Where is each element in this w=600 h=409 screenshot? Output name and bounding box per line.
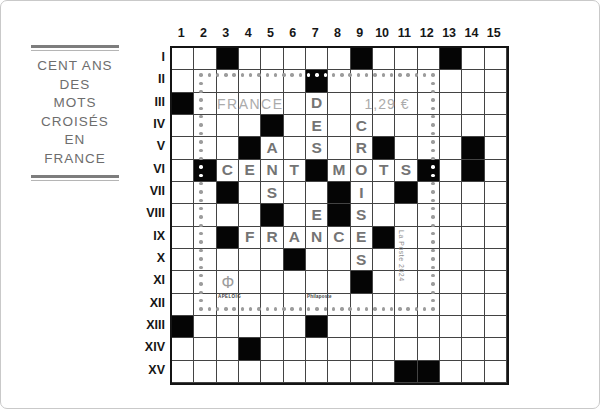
grid-cell[interactable] — [485, 294, 507, 316]
column-label: 10 — [371, 25, 393, 41]
grid-cell[interactable] — [284, 204, 306, 226]
block-cell — [217, 227, 239, 249]
column-label: 2 — [192, 25, 214, 41]
grid-cell[interactable] — [217, 271, 239, 293]
grid-cell[interactable] — [261, 93, 283, 115]
grid-cell[interactable] — [239, 361, 261, 383]
grid-cell[interactable] — [485, 338, 507, 360]
block-cell — [351, 271, 373, 293]
block-cell — [328, 182, 350, 204]
grid-cell[interactable]: E — [306, 204, 328, 226]
grid-cell[interactable] — [373, 70, 395, 92]
grid-cell[interactable]: A — [261, 137, 283, 159]
row-label: XV — [109, 359, 165, 381]
grid-cell[interactable] — [328, 249, 350, 271]
grid-cell[interactable] — [261, 338, 283, 360]
grid-cell[interactable] — [172, 115, 194, 137]
row-labels: IIIIIIIVVVIVIIVIIIIXXXIXIIXIIIXIVXV — [109, 46, 165, 381]
grid-cell[interactable] — [395, 204, 417, 226]
grid-cell[interactable] — [194, 70, 216, 92]
grid-cell[interactable] — [395, 294, 417, 316]
grid-cell[interactable] — [194, 115, 216, 137]
title-line: EN — [31, 131, 119, 150]
grid-cell[interactable] — [462, 204, 484, 226]
grid-cell[interactable] — [172, 204, 194, 226]
column-label: 4 — [237, 25, 259, 41]
grid-cell[interactable] — [351, 93, 373, 115]
grid-cell[interactable] — [194, 271, 216, 293]
grid-cell[interactable] — [418, 93, 440, 115]
grid-cell[interactable] — [194, 316, 216, 338]
grid-cell[interactable] — [485, 227, 507, 249]
grid-cell[interactable] — [284, 294, 306, 316]
grid-cell[interactable] — [261, 361, 283, 383]
grid-cell[interactable] — [351, 294, 373, 316]
sheet-title-panel: CENT ANS DES MOTS CROISÉS EN FRANCE — [31, 45, 119, 181]
grid-cell[interactable]: S — [395, 160, 417, 182]
grid-cell[interactable] — [284, 316, 306, 338]
grid-cell[interactable]: T — [284, 160, 306, 182]
row-label: IV — [109, 113, 165, 135]
grid-cell[interactable]: F — [239, 227, 261, 249]
block-cell — [261, 115, 283, 137]
grid-cell[interactable]: E — [239, 160, 261, 182]
grid-cell[interactable] — [373, 204, 395, 226]
grid-cell[interactable] — [395, 271, 417, 293]
title-line: DES — [31, 76, 119, 95]
grid-cell[interactable] — [462, 48, 484, 70]
grid-cell[interactable] — [261, 271, 283, 293]
grid-cell[interactable] — [395, 93, 417, 115]
grid-cell[interactable] — [373, 294, 395, 316]
grid-cell[interactable]: D — [306, 93, 328, 115]
grid-cell[interactable] — [485, 70, 507, 92]
grid-cell[interactable] — [485, 271, 507, 293]
row-label: V — [109, 135, 165, 157]
grid-cell[interactable] — [284, 271, 306, 293]
row-label: XIV — [109, 336, 165, 358]
grid-cell[interactable]: R — [261, 227, 283, 249]
column-label: 13 — [438, 25, 460, 41]
grid-cell[interactable] — [485, 115, 507, 137]
grid-cell[interactable] — [485, 316, 507, 338]
grid-cell[interactable] — [284, 182, 306, 204]
row-label: II — [109, 68, 165, 90]
grid-cell[interactable] — [172, 160, 194, 182]
column-label: 5 — [259, 25, 281, 41]
grid-cell[interactable] — [328, 115, 350, 137]
grid-cell[interactable] — [217, 115, 239, 137]
grid-cell[interactable] — [440, 338, 462, 360]
grid-cell[interactable] — [485, 182, 507, 204]
grid-cell[interactable] — [395, 227, 417, 249]
grid-cell[interactable] — [239, 93, 261, 115]
row-label: III — [109, 91, 165, 113]
grid-cell[interactable] — [194, 182, 216, 204]
sheet-title: CENT ANS DES MOTS CROISÉS EN FRANCE — [31, 57, 119, 168]
grid-cell[interactable] — [194, 93, 216, 115]
grid-cell[interactable] — [462, 70, 484, 92]
grid-cell[interactable]: A — [284, 227, 306, 249]
grid-cell[interactable] — [328, 70, 350, 92]
grid-cell[interactable] — [239, 182, 261, 204]
grid-cell[interactable] — [373, 115, 395, 137]
grid-cell[interactable]: S — [351, 204, 373, 226]
grid-cell[interactable] — [217, 93, 239, 115]
grid-cell[interactable] — [373, 182, 395, 204]
grid-cell[interactable] — [194, 137, 216, 159]
title-line: CENT ANS — [31, 57, 119, 76]
grid-cell[interactable]: S — [306, 137, 328, 159]
grid-cell[interactable]: E — [306, 115, 328, 137]
grid-cell[interactable] — [172, 249, 194, 271]
block-cell — [395, 361, 417, 383]
grid-cell[interactable]: C — [217, 160, 239, 182]
grid-cell[interactable] — [172, 294, 194, 316]
grid-cell[interactable] — [306, 271, 328, 293]
column-label: 1 — [170, 25, 192, 41]
grid-cell[interactable] — [440, 70, 462, 92]
block-cell — [440, 48, 462, 70]
title-line: FRANCE — [31, 150, 119, 169]
grid-cell[interactable] — [328, 361, 350, 383]
grid-cell[interactable] — [261, 249, 283, 271]
grid-cell[interactable] — [284, 93, 306, 115]
row-label: I — [109, 46, 165, 68]
grid-cell[interactable] — [418, 227, 440, 249]
grid-cell[interactable] — [217, 70, 239, 92]
block-cell — [418, 361, 440, 383]
grid-cell[interactable] — [217, 294, 239, 316]
grid-cell[interactable] — [328, 316, 350, 338]
grid-cell[interactable] — [485, 93, 507, 115]
grid-cell[interactable] — [462, 361, 484, 383]
grid-cell[interactable] — [217, 137, 239, 159]
grid-cell[interactable] — [194, 48, 216, 70]
grid-cell[interactable] — [373, 361, 395, 383]
grid-cell[interactable] — [239, 316, 261, 338]
grid-cell[interactable] — [328, 137, 350, 159]
grid-cell[interactable] — [239, 204, 261, 226]
grid-cell[interactable] — [217, 249, 239, 271]
block-cell — [418, 160, 440, 182]
grid-cell[interactable] — [261, 316, 283, 338]
row-label: XIII — [109, 314, 165, 336]
grid-cell[interactable] — [418, 115, 440, 137]
column-label: 8 — [326, 25, 348, 41]
grid-cell[interactable] — [284, 115, 306, 137]
block-cell — [284, 249, 306, 271]
grid-cell[interactable] — [395, 249, 417, 271]
grid-cell[interactable] — [485, 137, 507, 159]
grid-cell[interactable] — [395, 338, 417, 360]
grid-cell[interactable] — [194, 294, 216, 316]
block-cell — [462, 137, 484, 159]
grid-cell[interactable] — [485, 249, 507, 271]
grid-cell[interactable] — [217, 361, 239, 383]
grid-cell[interactable] — [395, 70, 417, 92]
grid-cell[interactable]: T — [373, 160, 395, 182]
divider-top — [31, 45, 119, 51]
grid-cell[interactable] — [373, 249, 395, 271]
grid-cell[interactable] — [172, 227, 194, 249]
grid-cell[interactable] — [373, 271, 395, 293]
grid-cell[interactable] — [418, 271, 440, 293]
block-cell — [462, 160, 484, 182]
block-cell — [172, 93, 194, 115]
grid-cell[interactable] — [217, 316, 239, 338]
grid-cell[interactable] — [239, 48, 261, 70]
grid-cell[interactable] — [239, 70, 261, 92]
grid-cell[interactable] — [462, 115, 484, 137]
grid-cell[interactable] — [351, 338, 373, 360]
grid-cell[interactable]: O — [351, 160, 373, 182]
grid-cell[interactable] — [485, 160, 507, 182]
block-cell — [306, 316, 328, 338]
grid-cell[interactable] — [217, 204, 239, 226]
block-cell — [172, 316, 194, 338]
grid-cell[interactable] — [418, 48, 440, 70]
grid-cell[interactable]: S — [351, 249, 373, 271]
grid-cell[interactable]: I — [351, 182, 373, 204]
grid-cell[interactable] — [261, 70, 283, 92]
block-cell — [328, 204, 350, 226]
grid-cell[interactable] — [261, 48, 283, 70]
stamp-sheet: CENT ANS DES MOTS CROISÉS EN FRANCE 1234… — [0, 0, 600, 409]
row-label: VII — [109, 180, 165, 202]
grid-cell[interactable] — [284, 70, 306, 92]
column-labels: 123456789101112131415 — [170, 25, 505, 41]
grid-cell[interactable] — [351, 316, 373, 338]
grid-cell[interactable] — [239, 249, 261, 271]
grid-cell[interactable] — [306, 338, 328, 360]
grid-cell[interactable] — [328, 48, 350, 70]
column-label: 3 — [215, 25, 237, 41]
grid-cell[interactable] — [462, 316, 484, 338]
grid-cell[interactable] — [172, 271, 194, 293]
block-cell — [239, 137, 261, 159]
title-line: MOTS — [31, 94, 119, 113]
grid-cell[interactable]: C — [328, 227, 350, 249]
grid-cell[interactable] — [284, 48, 306, 70]
grid-cell[interactable] — [462, 249, 484, 271]
row-label: VIII — [109, 202, 165, 224]
column-label: 7 — [304, 25, 326, 41]
grid-cell[interactable] — [440, 115, 462, 137]
grid-cell[interactable] — [172, 182, 194, 204]
grid-cell[interactable] — [328, 93, 350, 115]
grid-cell[interactable] — [462, 294, 484, 316]
grid-cell[interactable] — [395, 48, 417, 70]
row-label: X — [109, 247, 165, 269]
grid-cell[interactable] — [440, 93, 462, 115]
grid-cell[interactable] — [395, 115, 417, 137]
grid-cell[interactable] — [194, 338, 216, 360]
grid-cell[interactable] — [485, 48, 507, 70]
grid-cell[interactable] — [306, 182, 328, 204]
block-cell — [306, 70, 328, 92]
grid-cell[interactable] — [462, 338, 484, 360]
grid-cell[interactable] — [239, 115, 261, 137]
grid-cell[interactable] — [328, 338, 350, 360]
grid-cell[interactable] — [373, 93, 395, 115]
block-cell — [373, 137, 395, 159]
grid-cell[interactable] — [440, 227, 462, 249]
block-cell — [306, 160, 328, 182]
grid-cell[interactable] — [373, 338, 395, 360]
grid-cell[interactable]: R — [351, 137, 373, 159]
grid-cell[interactable] — [418, 204, 440, 226]
grid-cell[interactable] — [485, 204, 507, 226]
grid-cell[interactable] — [306, 249, 328, 271]
grid-cell[interactable] — [440, 137, 462, 159]
row-label: VI — [109, 158, 165, 180]
grid-cell[interactable] — [284, 361, 306, 383]
grid-cell[interactable] — [395, 316, 417, 338]
title-line: CROISÉS — [31, 113, 119, 132]
grid-cell[interactable] — [194, 249, 216, 271]
grid-cell[interactable] — [261, 294, 283, 316]
grid-cell[interactable] — [351, 70, 373, 92]
block-cell — [395, 182, 417, 204]
grid-cell[interactable] — [172, 70, 194, 92]
grid-cell[interactable] — [328, 294, 350, 316]
grid-cell[interactable] — [172, 137, 194, 159]
grid-cell[interactable] — [418, 249, 440, 271]
grid-cell[interactable] — [284, 338, 306, 360]
grid-cell[interactable] — [418, 316, 440, 338]
block-cell — [194, 160, 216, 182]
grid-cell[interactable] — [395, 137, 417, 159]
grid-cell[interactable] — [418, 182, 440, 204]
grid-cell[interactable]: M — [328, 160, 350, 182]
grid-cell[interactable] — [440, 204, 462, 226]
block-cell — [261, 204, 283, 226]
grid-cell[interactable] — [306, 48, 328, 70]
block-cell — [351, 48, 373, 70]
grid-cell[interactable]: N — [306, 227, 328, 249]
column-label: 14 — [460, 25, 482, 41]
grid-cell[interactable] — [373, 48, 395, 70]
grid-cell[interactable] — [440, 160, 462, 182]
grid-cell[interactable] — [306, 361, 328, 383]
grid-cell[interactable]: C — [351, 115, 373, 137]
divider-bottom — [31, 175, 119, 181]
crossword-grid: FRANCE 1,29 € Φ APELOIG Philaposte La Po… — [170, 46, 509, 385]
grid-cell[interactable] — [462, 182, 484, 204]
block-cell — [239, 338, 261, 360]
grid-cell[interactable] — [194, 204, 216, 226]
grid-cell[interactable] — [485, 361, 507, 383]
grid-cell[interactable] — [328, 271, 350, 293]
grid-cell[interactable] — [373, 316, 395, 338]
grid-cell[interactable] — [440, 361, 462, 383]
grid-cell[interactable] — [172, 48, 194, 70]
grid-cell[interactable] — [172, 361, 194, 383]
column-label: 9 — [349, 25, 371, 41]
row-label: IX — [109, 225, 165, 247]
column-label: 6 — [282, 25, 304, 41]
grid-cell[interactable] — [440, 249, 462, 271]
grid-cell[interactable] — [172, 338, 194, 360]
grid-cell[interactable] — [306, 294, 328, 316]
grid-cell[interactable] — [418, 137, 440, 159]
grid-cell[interactable] — [418, 294, 440, 316]
grid-cell[interactable] — [462, 93, 484, 115]
grid-cell[interactable]: N — [261, 160, 283, 182]
block-cell — [217, 182, 239, 204]
grid-cell[interactable] — [239, 294, 261, 316]
grid-cell[interactable] — [418, 70, 440, 92]
grid-cell[interactable] — [217, 338, 239, 360]
column-label: 11 — [393, 25, 415, 41]
row-label: XII — [109, 292, 165, 314]
column-label: 15 — [483, 25, 505, 41]
grid-cell[interactable] — [440, 294, 462, 316]
grid-cell[interactable] — [194, 227, 216, 249]
block-cell — [373, 227, 395, 249]
grid-cell[interactable] — [284, 137, 306, 159]
grid-cell[interactable] — [440, 316, 462, 338]
grid-cell[interactable] — [440, 182, 462, 204]
grid-cell[interactable]: E — [351, 227, 373, 249]
grid-cell[interactable] — [462, 271, 484, 293]
grid-cell[interactable] — [239, 271, 261, 293]
block-cell — [217, 48, 239, 70]
grid-cell[interactable]: S — [261, 182, 283, 204]
grid-cell[interactable] — [462, 227, 484, 249]
column-label: 12 — [416, 25, 438, 41]
grid-cell[interactable] — [418, 338, 440, 360]
grid-cell[interactable] — [194, 361, 216, 383]
row-label: XI — [109, 269, 165, 291]
grid-cell[interactable] — [440, 271, 462, 293]
grid-cell[interactable] — [351, 361, 373, 383]
